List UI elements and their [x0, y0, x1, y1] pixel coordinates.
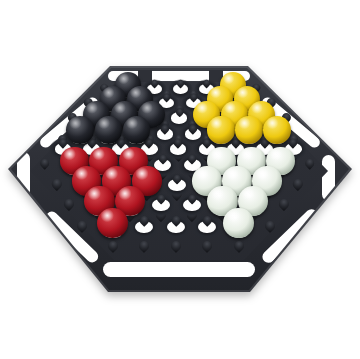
dimple-icon — [106, 239, 120, 253]
dimple-icon — [303, 157, 316, 170]
board-frame — [0, 0, 360, 359]
board-grid — [0, 0, 360, 359]
abalone-board-photo — [0, 0, 360, 359]
dimple-icon — [38, 157, 51, 170]
dimple-icon — [74, 219, 88, 233]
marble-yellow[interactable] — [235, 116, 263, 144]
dimple-icon — [231, 239, 245, 253]
dimple-icon — [169, 239, 183, 253]
marble-white[interactable] — [223, 208, 254, 239]
dimple-icon — [137, 239, 151, 253]
dimple-icon — [263, 219, 277, 233]
dimple-icon — [50, 177, 64, 191]
marble-yellow[interactable] — [207, 116, 235, 144]
marble-black[interactable] — [95, 116, 123, 144]
dimple-icon — [62, 197, 76, 211]
marble-yellow[interactable] — [263, 116, 291, 144]
marble-black[interactable] — [66, 116, 94, 144]
marble-black[interactable] — [123, 116, 151, 144]
dimple-icon — [291, 177, 305, 191]
dimple-icon — [277, 197, 291, 211]
dimple-icon — [200, 239, 214, 253]
